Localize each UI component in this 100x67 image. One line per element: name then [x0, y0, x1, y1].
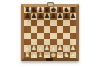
white-piece-icon: ♜ [24, 51, 30, 57]
black-piece-icon: ♟ [31, 13, 37, 19]
white-piece-icon: ♚ [50, 51, 56, 57]
chess-board: ♜♞♝♛♚♝♞♜♟♟♟♟♟♟♟♟♟♟♟♟♟♟♟♟♜♞♝♛♚♝♞♜ [24, 7, 76, 58]
white-piece-icon: ♜ [70, 51, 76, 57]
black-piece-icon: ♟ [24, 13, 30, 19]
white-piece-icon: ♛ [44, 51, 50, 57]
white-piece-icon: ♝ [37, 51, 43, 57]
chess-box: ♜♞♝♛♚♝♞♜♟♟♟♟♟♟♟♟♟♟♟♟♟♟♟♟♜♞♝♛♚♝♞♜ [21, 4, 79, 61]
black-piece-icon: ♟ [37, 13, 43, 19]
black-piece-icon: ♟ [63, 13, 69, 19]
black-piece-icon: ♟ [50, 13, 56, 19]
clasp-latch [46, 58, 53, 61]
white-piece-icon: ♞ [63, 51, 69, 57]
black-piece-icon: ♟ [57, 13, 63, 19]
black-piece-icon: ♟ [70, 13, 76, 19]
square: ♜ [70, 52, 77, 58]
white-piece-icon: ♝ [57, 51, 63, 57]
product-photo: ♜♞♝♛♚♝♞♜♟♟♟♟♟♟♟♟♟♟♟♟♟♟♟♟♜♞♝♛♚♝♞♜ [0, 0, 100, 67]
black-piece-icon: ♟ [44, 13, 50, 19]
white-piece-icon: ♞ [31, 51, 37, 57]
hinge-tab [47, 2, 54, 7]
